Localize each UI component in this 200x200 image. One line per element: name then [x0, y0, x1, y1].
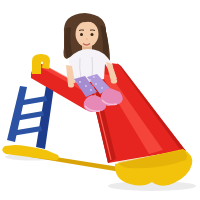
child-hand-left: [68, 82, 74, 87]
child-nose: [87, 38, 88, 40]
shadow-under-runout: [108, 181, 196, 191]
child-eye-right: [91, 33, 94, 36]
product-photo: [0, 0, 200, 200]
child-hand-right: [111, 78, 117, 83]
ladder: [2, 86, 59, 160]
child-eye-left: [80, 33, 83, 36]
child-eyebrow-left: [79, 30, 84, 31]
child-face: [76, 21, 99, 47]
child-eyebrow-right: [90, 30, 95, 31]
slide-photo-svg: [0, 0, 200, 200]
ladder-rail-right: [36, 86, 54, 149]
